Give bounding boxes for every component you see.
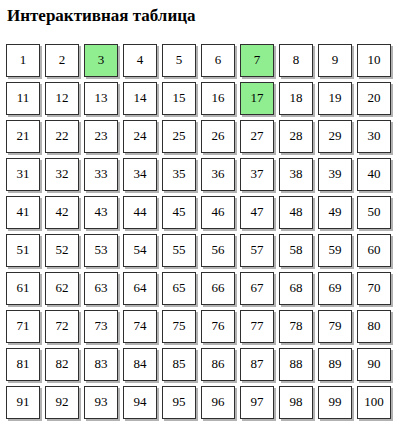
grid-cell-77[interactable]: 77 bbox=[240, 310, 274, 343]
grid-cell-65[interactable]: 65 bbox=[162, 272, 196, 305]
grid-cell-33[interactable]: 33 bbox=[84, 158, 118, 191]
grid-cell-91[interactable]: 91 bbox=[6, 386, 40, 419]
grid-cell-80[interactable]: 80 bbox=[357, 310, 391, 343]
grid-cell-82[interactable]: 82 bbox=[45, 348, 79, 381]
grid-cell-44[interactable]: 44 bbox=[123, 196, 157, 229]
grid-cell-81[interactable]: 81 bbox=[6, 348, 40, 381]
grid-cell-38[interactable]: 38 bbox=[279, 158, 313, 191]
grid-cell-12[interactable]: 12 bbox=[45, 82, 79, 115]
grid-cell-57[interactable]: 57 bbox=[240, 234, 274, 267]
grid-cell-14[interactable]: 14 bbox=[123, 82, 157, 115]
grid-cell-88[interactable]: 88 bbox=[279, 348, 313, 381]
page-title: Интерактивная таблица bbox=[7, 6, 402, 26]
grid-cell-86[interactable]: 86 bbox=[201, 348, 235, 381]
grid-cell-29[interactable]: 29 bbox=[318, 120, 352, 153]
grid-cell-96[interactable]: 96 bbox=[201, 386, 235, 419]
grid-cell-85[interactable]: 85 bbox=[162, 348, 196, 381]
grid-cell-18[interactable]: 18 bbox=[279, 82, 313, 115]
grid-cell-75[interactable]: 75 bbox=[162, 310, 196, 343]
grid-cell-15[interactable]: 15 bbox=[162, 82, 196, 115]
grid-cell-72[interactable]: 72 bbox=[45, 310, 79, 343]
grid-cell-45[interactable]: 45 bbox=[162, 196, 196, 229]
grid-cell-78[interactable]: 78 bbox=[279, 310, 313, 343]
grid-cell-1[interactable]: 1 bbox=[6, 44, 40, 77]
grid-cell-40[interactable]: 40 bbox=[357, 158, 391, 191]
grid-cell-5[interactable]: 5 bbox=[162, 44, 196, 77]
grid-cell-39[interactable]: 39 bbox=[318, 158, 352, 191]
grid-cell-60[interactable]: 60 bbox=[357, 234, 391, 267]
grid-cell-97[interactable]: 97 bbox=[240, 386, 274, 419]
grid-cell-49[interactable]: 49 bbox=[318, 196, 352, 229]
grid-cell-41[interactable]: 41 bbox=[6, 196, 40, 229]
grid-cell-98[interactable]: 98 bbox=[279, 386, 313, 419]
grid-cell-37[interactable]: 37 bbox=[240, 158, 274, 191]
grid-cell-17[interactable]: 17 bbox=[240, 82, 274, 115]
grid-cell-34[interactable]: 34 bbox=[123, 158, 157, 191]
grid-cell-25[interactable]: 25 bbox=[162, 120, 196, 153]
grid-cell-94[interactable]: 94 bbox=[123, 386, 157, 419]
grid-cell-100[interactable]: 100 bbox=[357, 386, 391, 419]
grid-cell-66[interactable]: 66 bbox=[201, 272, 235, 305]
grid-cell-8[interactable]: 8 bbox=[279, 44, 313, 77]
grid-cell-63[interactable]: 63 bbox=[84, 272, 118, 305]
grid-cell-68[interactable]: 68 bbox=[279, 272, 313, 305]
grid-cell-9[interactable]: 9 bbox=[318, 44, 352, 77]
grid-cell-6[interactable]: 6 bbox=[201, 44, 235, 77]
grid-cell-84[interactable]: 84 bbox=[123, 348, 157, 381]
grid-cell-43[interactable]: 43 bbox=[84, 196, 118, 229]
grid-cell-89[interactable]: 89 bbox=[318, 348, 352, 381]
grid-cell-30[interactable]: 30 bbox=[357, 120, 391, 153]
grid-cell-24[interactable]: 24 bbox=[123, 120, 157, 153]
grid-cell-76[interactable]: 76 bbox=[201, 310, 235, 343]
grid-cell-93[interactable]: 93 bbox=[84, 386, 118, 419]
number-grid: 1234567891011121314151617181920212223242… bbox=[6, 44, 402, 419]
grid-cell-74[interactable]: 74 bbox=[123, 310, 157, 343]
grid-cell-83[interactable]: 83 bbox=[84, 348, 118, 381]
grid-cell-10[interactable]: 10 bbox=[357, 44, 391, 77]
grid-cell-92[interactable]: 92 bbox=[45, 386, 79, 419]
grid-cell-79[interactable]: 79 bbox=[318, 310, 352, 343]
grid-cell-62[interactable]: 62 bbox=[45, 272, 79, 305]
grid-cell-53[interactable]: 53 bbox=[84, 234, 118, 267]
grid-cell-42[interactable]: 42 bbox=[45, 196, 79, 229]
grid-cell-11[interactable]: 11 bbox=[6, 82, 40, 115]
grid-cell-21[interactable]: 21 bbox=[6, 120, 40, 153]
grid-cell-31[interactable]: 31 bbox=[6, 158, 40, 191]
grid-cell-23[interactable]: 23 bbox=[84, 120, 118, 153]
grid-cell-69[interactable]: 69 bbox=[318, 272, 352, 305]
grid-cell-16[interactable]: 16 bbox=[201, 82, 235, 115]
grid-cell-7[interactable]: 7 bbox=[240, 44, 274, 77]
grid-cell-55[interactable]: 55 bbox=[162, 234, 196, 267]
grid-cell-56[interactable]: 56 bbox=[201, 234, 235, 267]
grid-cell-87[interactable]: 87 bbox=[240, 348, 274, 381]
grid-cell-47[interactable]: 47 bbox=[240, 196, 274, 229]
grid-cell-2[interactable]: 2 bbox=[45, 44, 79, 77]
grid-cell-70[interactable]: 70 bbox=[357, 272, 391, 305]
grid-cell-61[interactable]: 61 bbox=[6, 272, 40, 305]
grid-cell-58[interactable]: 58 bbox=[279, 234, 313, 267]
grid-cell-28[interactable]: 28 bbox=[279, 120, 313, 153]
grid-cell-22[interactable]: 22 bbox=[45, 120, 79, 153]
grid-cell-54[interactable]: 54 bbox=[123, 234, 157, 267]
grid-cell-26[interactable]: 26 bbox=[201, 120, 235, 153]
grid-cell-71[interactable]: 71 bbox=[6, 310, 40, 343]
grid-cell-90[interactable]: 90 bbox=[357, 348, 391, 381]
grid-cell-20[interactable]: 20 bbox=[357, 82, 391, 115]
grid-cell-73[interactable]: 73 bbox=[84, 310, 118, 343]
grid-cell-13[interactable]: 13 bbox=[84, 82, 118, 115]
grid-cell-59[interactable]: 59 bbox=[318, 234, 352, 267]
grid-cell-46[interactable]: 46 bbox=[201, 196, 235, 229]
grid-cell-95[interactable]: 95 bbox=[162, 386, 196, 419]
grid-cell-50[interactable]: 50 bbox=[357, 196, 391, 229]
grid-cell-3[interactable]: 3 bbox=[84, 44, 118, 77]
grid-cell-99[interactable]: 99 bbox=[318, 386, 352, 419]
grid-cell-19[interactable]: 19 bbox=[318, 82, 352, 115]
grid-cell-64[interactable]: 64 bbox=[123, 272, 157, 305]
grid-cell-32[interactable]: 32 bbox=[45, 158, 79, 191]
grid-cell-27[interactable]: 27 bbox=[240, 120, 274, 153]
grid-cell-52[interactable]: 52 bbox=[45, 234, 79, 267]
grid-cell-48[interactable]: 48 bbox=[279, 196, 313, 229]
grid-cell-36[interactable]: 36 bbox=[201, 158, 235, 191]
grid-cell-51[interactable]: 51 bbox=[6, 234, 40, 267]
grid-cell-67[interactable]: 67 bbox=[240, 272, 274, 305]
grid-cell-35[interactable]: 35 bbox=[162, 158, 196, 191]
grid-cell-4[interactable]: 4 bbox=[123, 44, 157, 77]
